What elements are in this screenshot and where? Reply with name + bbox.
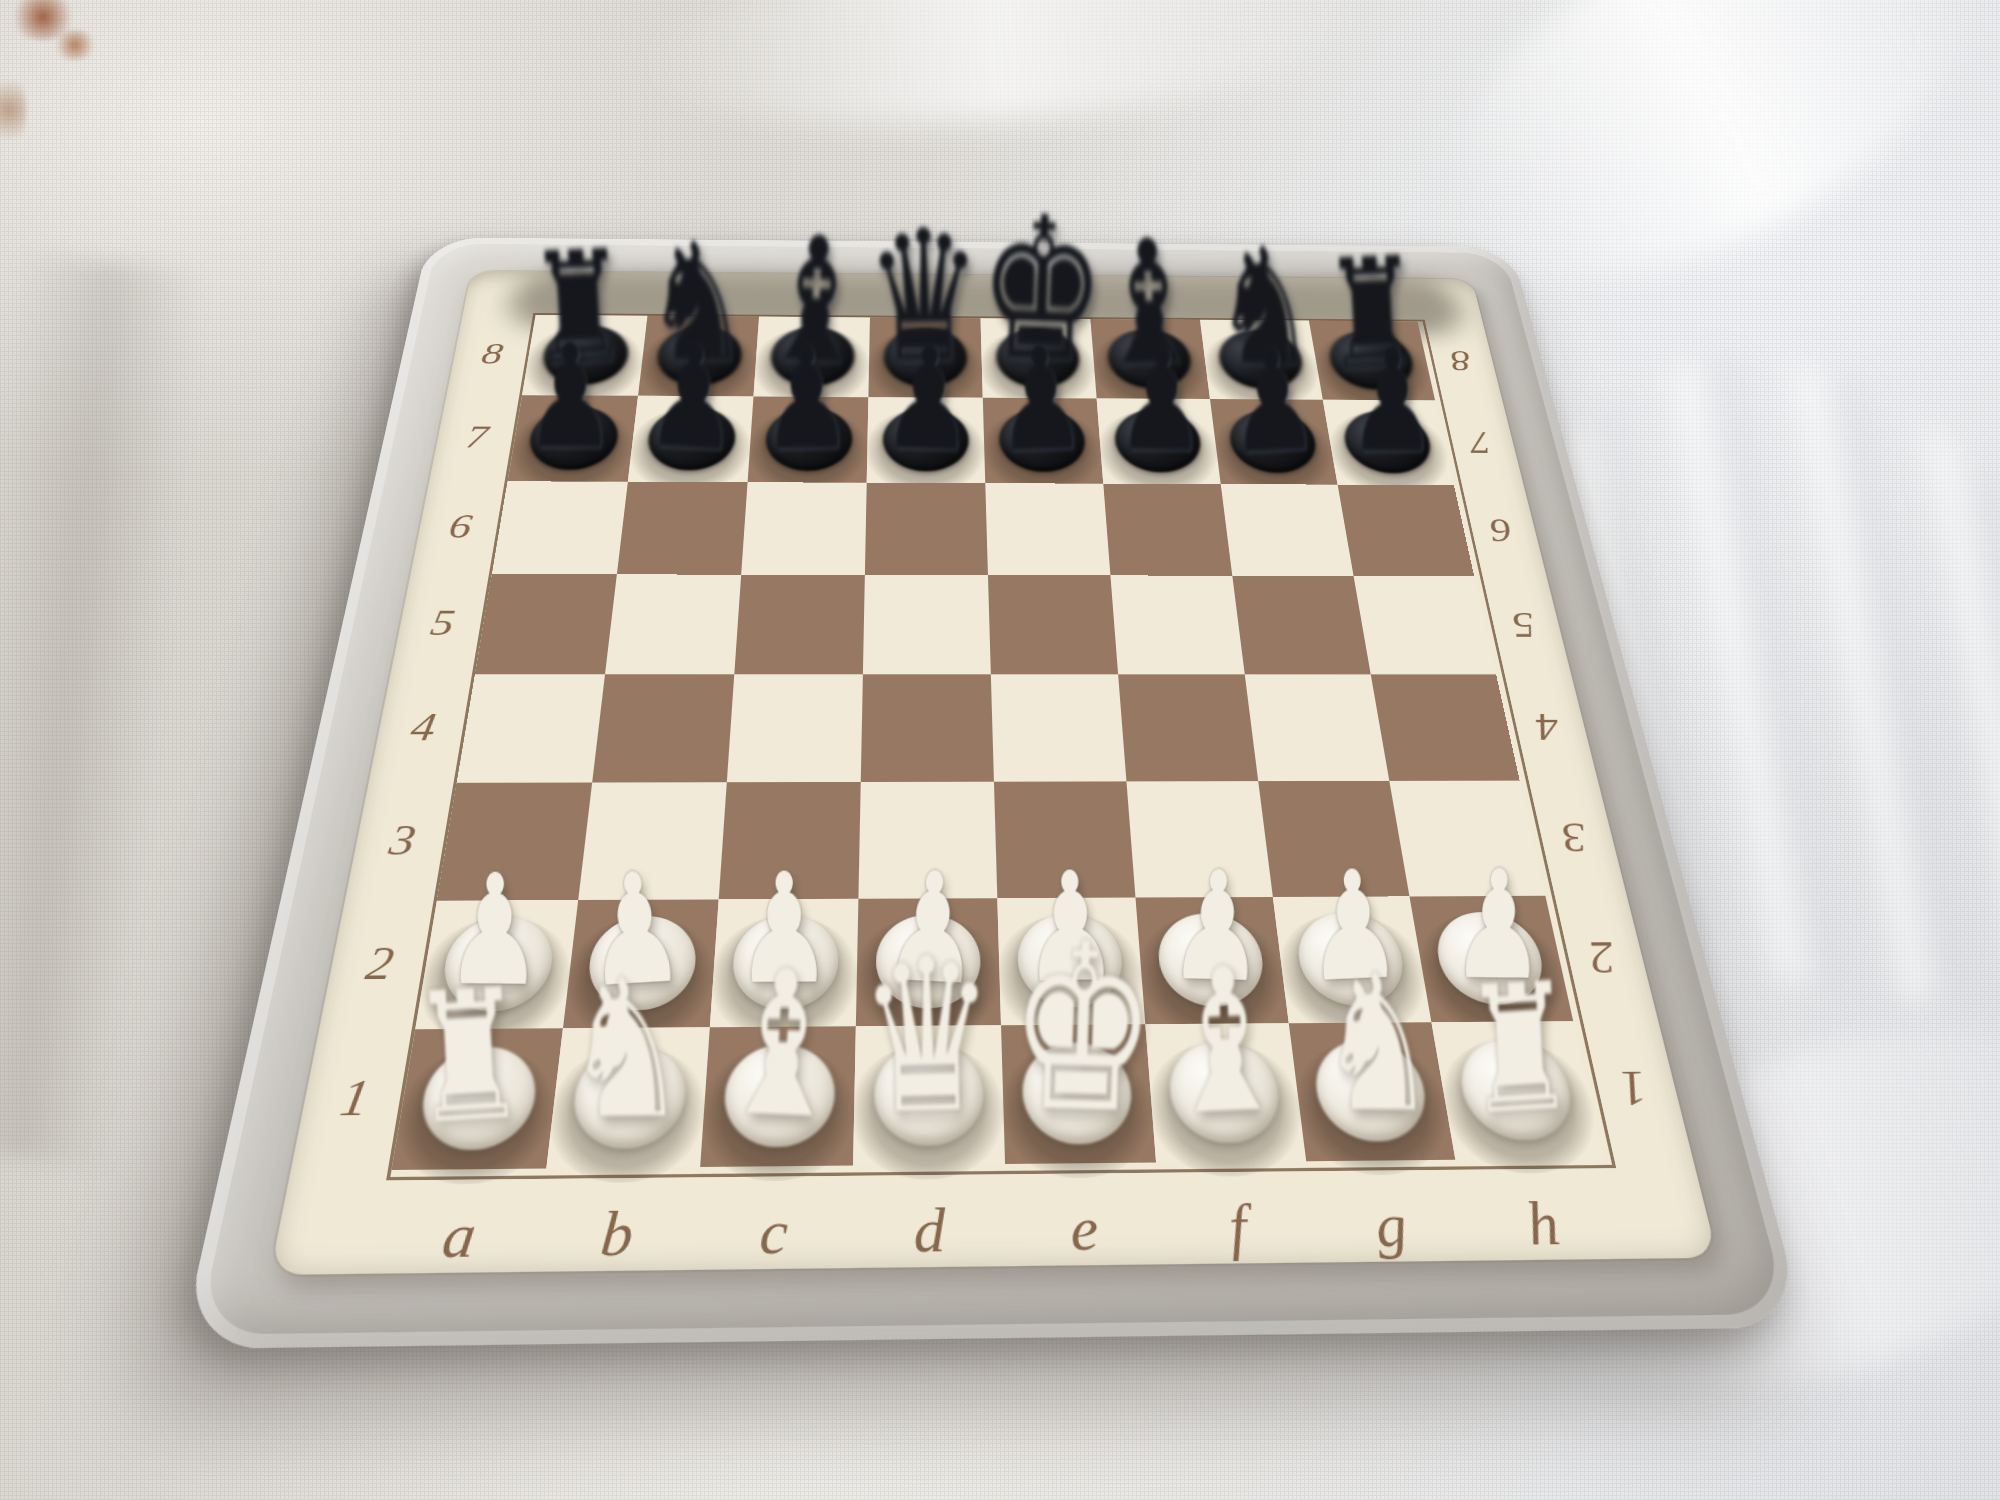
white-bishop-f1[interactable]: ♝ — [1145, 1023, 1306, 1162]
square-e4[interactable] — [991, 674, 1127, 781]
square-d7[interactable]: ♟ — [867, 397, 986, 483]
black-pawn-glyph: ♟ — [524, 331, 616, 464]
black-pawn-h7[interactable]: ♟ — [1323, 400, 1454, 485]
square-f4[interactable] — [1118, 674, 1258, 781]
white-knight-glyph: ♞ — [565, 962, 688, 1139]
white-king-glyph: ♚ — [1006, 920, 1160, 1137]
square-e1[interactable]: ♚ — [1001, 1024, 1156, 1164]
square-d1[interactable]: ♛ — [853, 1025, 1005, 1165]
square-c4[interactable] — [727, 674, 863, 782]
square-g7[interactable]: ♟ — [1210, 399, 1338, 485]
square-f7[interactable]: ♟ — [1097, 398, 1221, 484]
black-pawn-glyph: ♟ — [1225, 335, 1321, 469]
white-queen-glyph: ♛ — [858, 939, 997, 1138]
white-bishop-c1[interactable]: ♝ — [700, 1026, 856, 1167]
square-f1[interactable]: ♝ — [1145, 1023, 1306, 1162]
white-bishop-glyph: ♝ — [714, 950, 852, 1140]
square-f6[interactable] — [1103, 484, 1232, 576]
white-rook-glyph: ♜ — [1460, 966, 1579, 1134]
square-c6[interactable] — [741, 482, 867, 575]
black-pawn-g7[interactable]: ♟ — [1210, 399, 1338, 485]
square-c5[interactable] — [734, 575, 865, 675]
square-c7[interactable]: ♟ — [748, 396, 869, 482]
square-c1[interactable]: ♝ — [700, 1026, 856, 1167]
black-pawn-glyph: ♟ — [994, 334, 1089, 468]
black-pawn-d7[interactable]: ♟ — [867, 397, 986, 483]
square-b6[interactable] — [617, 482, 748, 575]
white-rook-glyph: ♜ — [407, 972, 531, 1144]
black-pawn-glyph: ♟ — [1115, 335, 1207, 468]
black-pawn-glyph: ♟ — [1348, 337, 1437, 468]
black-pawn-glyph: ♟ — [760, 333, 854, 466]
square-e7[interactable]: ♟ — [983, 398, 1103, 484]
rust-stain — [52, 30, 98, 60]
black-pawn-c7[interactable]: ♟ — [748, 396, 869, 482]
white-bishop-glyph: ♝ — [1159, 948, 1291, 1136]
black-pawn-e7[interactable]: ♟ — [983, 398, 1103, 484]
black-pawn-glyph: ♟ — [644, 330, 743, 467]
square-g4[interactable] — [1245, 674, 1390, 781]
square-h7[interactable]: ♟ — [1323, 400, 1454, 485]
black-pawn-glyph: ♟ — [880, 332, 976, 467]
square-d6[interactable] — [865, 483, 988, 575]
white-knight-glyph: ♞ — [1317, 958, 1439, 1133]
square-a6[interactable] — [492, 481, 628, 574]
black-pawn-f7[interactable]: ♟ — [1097, 398, 1221, 484]
scene: 88a77b66c55d44e33f22g11h ♜♞♝♛♚♝♞♜♟♟♟♟♟♟♟… — [0, 0, 2000, 1500]
white-king-e1[interactable]: ♚ — [1001, 1024, 1156, 1164]
square-e6[interactable] — [985, 483, 1110, 575]
square-g6[interactable] — [1221, 484, 1354, 576]
white-queen-d1[interactable]: ♛ — [853, 1025, 1005, 1165]
